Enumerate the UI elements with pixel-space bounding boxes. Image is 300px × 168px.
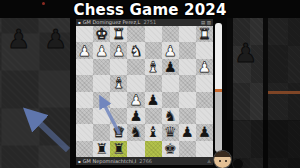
evaluation-bar [215, 23, 222, 152]
player-bar-bottom: ▪ GM Nepomniachtchi,I 2766 ♙ [76, 157, 213, 165]
square-f7[interactable]: ♛ [110, 124, 127, 140]
square-h8[interactable] [76, 141, 93, 157]
square-d3[interactable]: ♝ [145, 59, 162, 75]
square-b2[interactable] [179, 42, 196, 58]
square-h1[interactable] [76, 26, 93, 42]
square-h7[interactable] [76, 124, 93, 140]
square-e5[interactable]: ♟ [127, 92, 144, 108]
background-dot [232, 158, 244, 168]
square-c5[interactable] [162, 92, 179, 108]
piece-white-bishop: ♝ [147, 59, 160, 75]
square-b7[interactable]: ♟ [179, 124, 196, 140]
square-c2[interactable]: ♟ [162, 42, 179, 58]
square-c8[interactable]: ♚ [162, 141, 179, 157]
player-rating-bottom: 2766 [139, 159, 152, 164]
background-board-left: ♟ ♟ [0, 18, 70, 168]
square-g4[interactable] [93, 75, 110, 91]
avatar-face-icon [214, 151, 231, 168]
square-a2[interactable] [196, 42, 213, 58]
piece-black-pawn: ♟ [164, 59, 177, 75]
square-d2[interactable] [145, 42, 162, 58]
square-b8[interactable] [179, 141, 196, 157]
background-orange-line [268, 91, 300, 94]
square-c7[interactable]: ♛ [162, 124, 179, 140]
square-f1[interactable]: ♜ [110, 26, 127, 42]
square-a4[interactable] [196, 75, 213, 91]
square-h6[interactable] [76, 108, 93, 124]
piece-white-rook: ♜ [112, 26, 125, 42]
square-g2[interactable]: ♟ [93, 42, 110, 58]
square-h3[interactable] [76, 59, 93, 75]
square-b6[interactable] [179, 108, 196, 124]
piece-white-pawn: ♟ [112, 43, 125, 59]
square-f3[interactable] [110, 59, 127, 75]
piece-black-rook: ♜ [112, 141, 125, 157]
board-toolbar-icon[interactable]: ♙ [207, 159, 211, 164]
square-e7[interactable]: ♞ [127, 124, 144, 140]
video-title: Chess Game 2024 [50, 1, 250, 19]
square-e1[interactable] [127, 26, 144, 42]
player-color-icon: ▪ [78, 20, 81, 25]
piece-black-queen: ♛ [164, 124, 177, 140]
piece-white-knight: ♞ [129, 43, 142, 59]
square-c1[interactable] [162, 26, 179, 42]
video-frame: ♟ ♟ ♟ Chess Game 2024 ▪ GM Dominguez Per… [0, 0, 300, 168]
square-d5[interactable]: ♟ [145, 92, 162, 108]
piece-white-pawn: ♟ [198, 59, 211, 75]
piece-white-pawn: ♟ [129, 92, 142, 108]
piece-black-pawn: ♟ [147, 92, 160, 108]
background-board-right: ♟ [227, 18, 300, 168]
square-g3[interactable] [93, 59, 110, 75]
piece-white-king: ♚ [95, 26, 108, 42]
background-artifact-dot [42, 2, 45, 5]
piece-black-knight: ♞ [129, 124, 142, 140]
background-arrow-icon [0, 18, 70, 168]
piece-black-rook: ♜ [95, 141, 108, 157]
square-g6[interactable] [93, 108, 110, 124]
square-d4[interactable] [145, 75, 162, 91]
square-f6[interactable] [110, 108, 127, 124]
piece-white-queen: ♛ [112, 124, 125, 140]
piece-black-knight: ♞ [164, 108, 177, 124]
square-g8[interactable]: ♜ [93, 141, 110, 157]
square-d7[interactable]: ♝ [145, 124, 162, 140]
square-d6[interactable] [145, 108, 162, 124]
piece-black-pawn: ♟ [181, 124, 194, 140]
square-d8[interactable] [145, 141, 162, 157]
piece-black-pawn: ♟ [198, 124, 211, 140]
square-a1[interactable]: ♜ [196, 26, 213, 42]
square-g5[interactable] [93, 92, 110, 108]
square-c6[interactable]: ♞ [162, 108, 179, 124]
board-toolbar-icons[interactable]: ▤ ▥ [201, 20, 211, 25]
piece-black-bishop: ♝ [147, 124, 160, 140]
avatar-eyes [219, 160, 221, 162]
square-f8[interactable]: ♜ [110, 141, 127, 157]
square-b5[interactable] [179, 92, 196, 108]
player-name-top: GM Dominguez Perez,L [83, 20, 141, 25]
piece-white-pawn: ♟ [78, 43, 91, 59]
square-h2[interactable]: ♟ [76, 42, 93, 58]
piece-black-pawn: ♟ [129, 108, 142, 124]
square-e4[interactable] [127, 75, 144, 91]
square-b1[interactable] [179, 26, 196, 42]
piece-white-bishop: ♝ [112, 75, 125, 91]
square-g7[interactable] [93, 124, 110, 140]
square-a7[interactable]: ♟ [196, 124, 213, 140]
square-b3[interactable] [179, 59, 196, 75]
background-pawn-icon: ♟ [234, 40, 257, 66]
square-d1[interactable] [145, 26, 162, 42]
square-e3[interactable] [127, 59, 144, 75]
square-h4[interactable] [76, 75, 93, 91]
square-e2[interactable]: ♞ [127, 42, 144, 58]
square-c3[interactable]: ♟ [162, 59, 179, 75]
square-g1[interactable]: ♚ [93, 26, 110, 42]
player-bar-top: ▪ GM Dominguez Perez,L 2751 ▤ ▥ [76, 19, 213, 26]
square-f4[interactable]: ♝ [110, 75, 127, 91]
square-c4[interactable] [162, 75, 179, 91]
player-rating-top: 2751 [143, 20, 156, 25]
square-e6[interactable]: ♟ [127, 108, 144, 124]
square-a5[interactable] [196, 92, 213, 108]
square-h5[interactable] [76, 92, 93, 108]
piece-white-pawn: ♟ [95, 43, 108, 59]
player-name-bottom: GM Nepomniachtchi,I [83, 159, 137, 164]
piece-white-rook: ♜ [198, 26, 211, 42]
piece-black-king: ♚ [164, 141, 177, 157]
square-e8[interactable] [127, 141, 144, 157]
player-color-icon: ▪ [78, 159, 81, 164]
square-a3[interactable]: ♟ [196, 59, 213, 75]
square-a6[interactable] [196, 108, 213, 124]
square-a8[interactable] [196, 141, 213, 157]
chess-board[interactable]: ♚♜♜♟♟♟♞♟♝♟♟♝♟♟♟♞♛♞♝♛♟♟♜♜♚ [76, 26, 213, 157]
square-f2[interactable]: ♟ [110, 42, 127, 58]
piece-white-pawn: ♟ [164, 43, 177, 59]
square-b4[interactable] [179, 75, 196, 91]
square-f5[interactable] [110, 92, 127, 108]
